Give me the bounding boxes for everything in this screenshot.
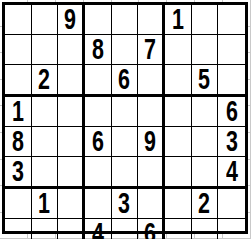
- cell-r2c3[interactable]: [58, 35, 85, 65]
- cell-r2c5[interactable]: [112, 35, 139, 65]
- cell-r8c1[interactable]: [5, 219, 32, 239]
- cell-r3c3[interactable]: [58, 65, 85, 97]
- cell-r6c6[interactable]: [138, 157, 165, 189]
- cell-r3c1[interactable]: [5, 65, 32, 97]
- cell-value: 7: [144, 35, 156, 64]
- cell-r6c2[interactable]: [32, 157, 59, 189]
- cell-r8c6[interactable]: 6: [138, 219, 165, 239]
- cell-r2c2[interactable]: [32, 35, 59, 65]
- cell-r5c2[interactable]: [32, 127, 59, 157]
- cell-r7c4[interactable]: [85, 189, 112, 219]
- cell-r3c4[interactable]: [85, 65, 112, 97]
- cell-r1c4[interactable]: [85, 5, 112, 35]
- cell-r4c3[interactable]: [58, 97, 85, 127]
- cell-r4c7[interactable]: [165, 97, 192, 127]
- cell-r4c1[interactable]: 1: [5, 97, 32, 127]
- cell-value: 3: [12, 157, 24, 186]
- cell-r8c9[interactable]: [218, 219, 245, 239]
- cell-r6c3[interactable]: [58, 157, 85, 189]
- cell-r2c6[interactable]: 7: [138, 35, 165, 65]
- cell-r1c2[interactable]: [32, 5, 59, 35]
- cell-value: 4: [226, 157, 238, 186]
- cell-r3c8[interactable]: 5: [192, 65, 219, 97]
- cell-r8c3[interactable]: [58, 219, 85, 239]
- cell-r8c8[interactable]: [192, 219, 219, 239]
- cell-r6c1[interactable]: 3: [5, 157, 32, 189]
- cell-r1c3[interactable]: 9: [58, 5, 85, 35]
- cell-r3c7[interactable]: [165, 65, 192, 97]
- cell-r7c1[interactable]: [5, 189, 32, 219]
- cell-r5c8[interactable]: [192, 127, 219, 157]
- cell-r7c2[interactable]: 1: [32, 189, 59, 219]
- page-background: 9 1 8 7 2 6 5 1 6 8 6: [0, 0, 251, 239]
- cell-value: 1: [39, 189, 51, 218]
- cell-value: 1: [172, 5, 184, 34]
- cell-r4c4[interactable]: [85, 97, 112, 127]
- cell-r5c4[interactable]: 6: [85, 127, 112, 157]
- cell-r1c9[interactable]: [218, 5, 245, 35]
- cell-value: 6: [226, 97, 238, 126]
- cell-value: 6: [144, 219, 156, 239]
- cell-r2c8[interactable]: [192, 35, 219, 65]
- cell-r3c6[interactable]: [138, 65, 165, 97]
- cell-r5c6[interactable]: 9: [138, 127, 165, 157]
- cell-r2c1[interactable]: [5, 35, 32, 65]
- cell-r7c3[interactable]: [58, 189, 85, 219]
- cell-r8c4[interactable]: 4: [85, 219, 112, 239]
- cell-r6c8[interactable]: [192, 157, 219, 189]
- cell-r7c6[interactable]: [138, 189, 165, 219]
- cell-r4c9[interactable]: 6: [218, 97, 245, 127]
- cell-r1c1[interactable]: [5, 5, 32, 35]
- cell-r1c5[interactable]: [112, 5, 139, 35]
- cell-r4c6[interactable]: [138, 97, 165, 127]
- cell-value: 6: [119, 65, 131, 94]
- cell-value: 9: [144, 127, 156, 156]
- cell-r5c1[interactable]: 8: [5, 127, 32, 157]
- sudoku-board: 9 1 8 7 2 6 5 1 6 8 6: [2, 2, 248, 234]
- cell-value: 6: [92, 127, 104, 156]
- cell-r2c7[interactable]: [165, 35, 192, 65]
- cell-r5c3[interactable]: [58, 127, 85, 157]
- cell-r7c5[interactable]: 3: [112, 189, 139, 219]
- cell-r8c2[interactable]: [32, 219, 59, 239]
- cell-r2c9[interactable]: [218, 35, 245, 65]
- cell-value: 8: [92, 35, 104, 64]
- cell-r1c8[interactable]: [192, 5, 219, 35]
- cell-r7c7[interactable]: [165, 189, 192, 219]
- cell-value: 3: [226, 127, 238, 156]
- cell-value: 4: [92, 219, 104, 239]
- cell-r7c8[interactable]: 2: [192, 189, 219, 219]
- cell-r6c9[interactable]: 4: [218, 157, 245, 189]
- cell-r5c7[interactable]: [165, 127, 192, 157]
- cell-r3c2[interactable]: 2: [32, 65, 59, 97]
- cell-value: 3: [119, 189, 131, 218]
- cell-r6c5[interactable]: [112, 157, 139, 189]
- cell-value: 2: [199, 189, 211, 218]
- cell-r4c2[interactable]: [32, 97, 59, 127]
- cell-value: 5: [199, 65, 211, 94]
- cell-r7c9[interactable]: [218, 189, 245, 219]
- cell-r3c9[interactable]: [218, 65, 245, 97]
- cell-value: 9: [64, 5, 76, 34]
- cell-r8c5[interactable]: [112, 219, 139, 239]
- cell-r1c7[interactable]: 1: [165, 5, 192, 35]
- cell-r1c6[interactable]: [138, 5, 165, 35]
- cell-value: 1: [12, 97, 24, 126]
- cell-r6c4[interactable]: [85, 157, 112, 189]
- cell-r4c5[interactable]: [112, 97, 139, 127]
- cell-r8c7[interactable]: [165, 219, 192, 239]
- cell-r3c5[interactable]: 6: [112, 65, 139, 97]
- cell-r5c5[interactable]: [112, 127, 139, 157]
- cell-value: 8: [12, 127, 24, 156]
- cell-r6c7[interactable]: [165, 157, 192, 189]
- cell-r5c9[interactable]: 3: [218, 127, 245, 157]
- cell-value: 2: [39, 65, 51, 94]
- cell-r2c4[interactable]: 8: [85, 35, 112, 65]
- cell-r4c8[interactable]: [192, 97, 219, 127]
